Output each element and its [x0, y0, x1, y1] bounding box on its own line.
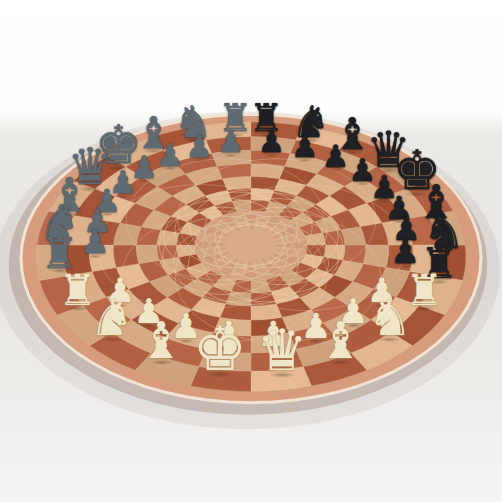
gray-pawn-7[interactable]: ♟	[184, 132, 215, 163]
white-bishop-2[interactable]: ♝	[316, 316, 367, 367]
white-knight-1[interactable]: ♞	[87, 294, 137, 344]
gray-pawn-1[interactable]: ♟	[79, 226, 112, 259]
white-knight-2[interactable]: ♞	[365, 294, 415, 344]
white-bishop-1[interactable]: ♝	[136, 316, 187, 367]
black-pawn-1[interactable]: ♟	[256, 127, 287, 158]
black-pawn-2[interactable]: ♟	[289, 132, 320, 163]
white-queen[interactable]: ♛	[254, 322, 311, 379]
product-photo: ♜♞♝♛♚♝♞♜♟♟♟♟♟♟♟♟♜♞♝♛♚♝♞♜♟♟♟♟♟♟♟♟♜♞♝♚♛♝♞♜…	[0, 0, 502, 502]
black-pawn-8[interactable]: ♟	[389, 236, 422, 269]
white-king[interactable]: ♚	[190, 319, 251, 380]
gray-pawn-8[interactable]: ♟	[215, 127, 246, 158]
